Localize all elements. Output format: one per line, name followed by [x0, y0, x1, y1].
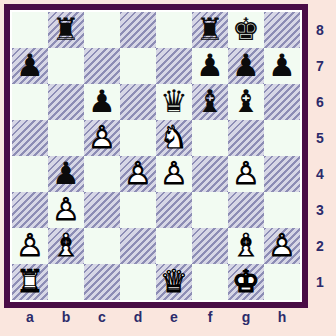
rank-label-2: 2: [307, 228, 333, 264]
square-c2[interactable]: [84, 228, 120, 264]
rank-label-1: 1: [307, 264, 333, 300]
piece-black-bishop-g6[interactable]: ♝: [228, 84, 264, 120]
rank-label-3: 3: [307, 192, 333, 228]
square-f4[interactable]: [192, 156, 228, 192]
square-b2[interactable]: ♝♗: [48, 228, 84, 264]
square-e8[interactable]: [156, 12, 192, 48]
white-pawn-outline-glyph: ♙: [120, 156, 156, 192]
white-knight-outline-glyph: ♘: [156, 120, 192, 156]
file-label-f: f: [192, 304, 228, 330]
rank-labels: 87654321: [307, 12, 333, 300]
white-pawn-outline-glyph: ♙: [48, 192, 84, 228]
piece-white-pawn-a2[interactable]: ♟♙: [12, 228, 48, 264]
square-a5[interactable]: [12, 120, 48, 156]
square-g2[interactable]: ♝♗: [228, 228, 264, 264]
file-labels: abcdefgh: [12, 304, 300, 330]
square-d6[interactable]: [120, 84, 156, 120]
white-pawn-outline-glyph: ♙: [12, 228, 48, 264]
square-f2[interactable]: [192, 228, 228, 264]
black-pawn-glyph: ♟: [264, 48, 300, 84]
black-pawn-glyph: ♟: [228, 48, 264, 84]
piece-black-pawn-g7[interactable]: ♟: [228, 48, 264, 84]
piece-white-pawn-c5[interactable]: ♟♙: [84, 120, 120, 156]
square-d3[interactable]: [120, 192, 156, 228]
square-f3[interactable]: [192, 192, 228, 228]
square-d2[interactable]: [120, 228, 156, 264]
square-h1[interactable]: [264, 264, 300, 300]
square-h2[interactable]: ♟♙: [264, 228, 300, 264]
black-pawn-glyph: ♟: [84, 84, 120, 120]
piece-black-rook-f8[interactable]: ♜: [192, 12, 228, 48]
square-a1[interactable]: ♜♖: [12, 264, 48, 300]
black-rook-glyph: ♜: [192, 12, 228, 48]
square-h5[interactable]: [264, 120, 300, 156]
square-g7[interactable]: ♟: [228, 48, 264, 84]
piece-black-queen-e6[interactable]: ♛: [156, 84, 192, 120]
black-rook-glyph: ♜: [48, 12, 84, 48]
square-e5[interactable]: ♞♘: [156, 120, 192, 156]
white-pawn-outline-glyph: ♙: [156, 156, 192, 192]
piece-black-pawn-f7[interactable]: ♟: [192, 48, 228, 84]
square-g3[interactable]: [228, 192, 264, 228]
piece-black-king-g8[interactable]: ♚: [228, 12, 264, 48]
piece-white-pawn-h2[interactable]: ♟♙: [264, 228, 300, 264]
rank-label-8: 8: [307, 12, 333, 48]
square-h3[interactable]: [264, 192, 300, 228]
white-bishop-outline-glyph: ♗: [48, 228, 84, 264]
square-e6[interactable]: ♛: [156, 84, 192, 120]
chess-board: ♜♜♚♟♟♟♟♟♛♝♝♟♙♞♘♟♟♙♟♙♟♙♟♙♟♙♝♗♝♗♟♙♜♖♛♕♚♔: [12, 12, 300, 300]
piece-white-pawn-g4[interactable]: ♟♙: [228, 156, 264, 192]
square-g1[interactable]: ♚♔: [228, 264, 264, 300]
piece-white-pawn-e4[interactable]: ♟♙: [156, 156, 192, 192]
square-c4[interactable]: [84, 156, 120, 192]
board-frame: ♜♜♚♟♟♟♟♟♛♝♝♟♙♞♘♟♟♙♟♙♟♙♟♙♟♙♝♗♝♗♟♙♜♖♛♕♚♔: [4, 4, 308, 308]
square-f8[interactable]: ♜: [192, 12, 228, 48]
piece-white-bishop-g2[interactable]: ♝♗: [228, 228, 264, 264]
black-bishop-glyph: ♝: [228, 84, 264, 120]
file-label-e: e: [156, 304, 192, 330]
white-pawn-outline-glyph: ♙: [228, 156, 264, 192]
square-d4[interactable]: ♟♙: [120, 156, 156, 192]
square-b1[interactable]: [48, 264, 84, 300]
file-label-b: b: [48, 304, 84, 330]
white-rook-outline-glyph: ♖: [12, 264, 48, 300]
black-pawn-glyph: ♟: [48, 156, 84, 192]
piece-black-pawn-a7[interactable]: ♟: [12, 48, 48, 84]
white-pawn-outline-glyph: ♙: [84, 120, 120, 156]
square-c8[interactable]: [84, 12, 120, 48]
square-a4[interactable]: [12, 156, 48, 192]
piece-black-pawn-b4[interactable]: ♟: [48, 156, 84, 192]
square-h6[interactable]: [264, 84, 300, 120]
square-e7[interactable]: [156, 48, 192, 84]
square-f5[interactable]: [192, 120, 228, 156]
piece-white-king-g1[interactable]: ♚♔: [228, 264, 264, 300]
piece-white-queen-e1[interactable]: ♛♕: [156, 264, 192, 300]
square-e1[interactable]: ♛♕: [156, 264, 192, 300]
square-a2[interactable]: ♟♙: [12, 228, 48, 264]
rank-label-6: 6: [307, 84, 333, 120]
file-label-h: h: [264, 304, 300, 330]
square-a3[interactable]: [12, 192, 48, 228]
black-king-glyph: ♚: [228, 12, 264, 48]
piece-white-pawn-b3[interactable]: ♟♙: [48, 192, 84, 228]
black-queen-glyph: ♛: [156, 84, 192, 120]
square-a7[interactable]: ♟: [12, 48, 48, 84]
black-bishop-glyph: ♝: [192, 84, 228, 120]
square-c7[interactable]: [84, 48, 120, 84]
file-label-d: d: [120, 304, 156, 330]
piece-black-bishop-f6[interactable]: ♝: [192, 84, 228, 120]
file-label-c: c: [84, 304, 120, 330]
piece-black-pawn-c6[interactable]: ♟: [84, 84, 120, 120]
piece-white-pawn-d4[interactable]: ♟♙: [120, 156, 156, 192]
white-queen-outline-glyph: ♕: [156, 264, 192, 300]
piece-white-knight-e5[interactable]: ♞♘: [156, 120, 192, 156]
square-d1[interactable]: [120, 264, 156, 300]
square-d5[interactable]: [120, 120, 156, 156]
square-a8[interactable]: [12, 12, 48, 48]
square-h4[interactable]: [264, 156, 300, 192]
square-b6[interactable]: [48, 84, 84, 120]
square-d7[interactable]: [120, 48, 156, 84]
piece-white-bishop-b2[interactable]: ♝♗: [48, 228, 84, 264]
square-b4[interactable]: ♟: [48, 156, 84, 192]
square-c3[interactable]: [84, 192, 120, 228]
rank-label-7: 7: [307, 48, 333, 84]
square-f6[interactable]: ♝: [192, 84, 228, 120]
white-pawn-outline-glyph: ♙: [264, 228, 300, 264]
square-g8[interactable]: ♚: [228, 12, 264, 48]
square-c1[interactable]: [84, 264, 120, 300]
square-b8[interactable]: ♜: [48, 12, 84, 48]
square-f7[interactable]: ♟: [192, 48, 228, 84]
square-c6[interactable]: ♟: [84, 84, 120, 120]
square-f1[interactable]: [192, 264, 228, 300]
square-h8[interactable]: [264, 12, 300, 48]
white-bishop-outline-glyph: ♗: [228, 228, 264, 264]
piece-black-rook-b8[interactable]: ♜: [48, 12, 84, 48]
square-b5[interactable]: [48, 120, 84, 156]
square-b3[interactable]: ♟♙: [48, 192, 84, 228]
black-pawn-glyph: ♟: [192, 48, 228, 84]
piece-black-pawn-h7[interactable]: ♟: [264, 48, 300, 84]
rank-label-5: 5: [307, 120, 333, 156]
white-king-outline-glyph: ♔: [228, 264, 264, 300]
square-e4[interactable]: ♟♙: [156, 156, 192, 192]
square-e3[interactable]: [156, 192, 192, 228]
square-d8[interactable]: [120, 12, 156, 48]
square-g5[interactable]: [228, 120, 264, 156]
square-c5[interactable]: ♟♙: [84, 120, 120, 156]
square-b7[interactable]: [48, 48, 84, 84]
file-label-g: g: [228, 304, 264, 330]
piece-white-rook-a1[interactable]: ♜♖: [12, 264, 48, 300]
square-a6[interactable]: [12, 84, 48, 120]
black-pawn-glyph: ♟: [12, 48, 48, 84]
file-label-a: a: [12, 304, 48, 330]
square-h7[interactable]: ♟: [264, 48, 300, 84]
rank-label-4: 4: [307, 156, 333, 192]
chess-diagram: ♜♜♚♟♟♟♟♟♛♝♝♟♙♞♘♟♟♙♟♙♟♙♟♙♟♙♝♗♝♗♟♙♜♖♛♕♚♔ 8…: [0, 0, 336, 336]
square-e2[interactable]: [156, 228, 192, 264]
square-g4[interactable]: ♟♙: [228, 156, 264, 192]
square-g6[interactable]: ♝: [228, 84, 264, 120]
